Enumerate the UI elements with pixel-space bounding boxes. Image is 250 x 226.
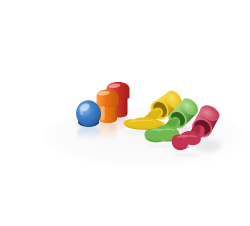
paint-pots-photo — [40, 16, 250, 226]
crimson-spill-reflection — [173, 153, 199, 157]
green-spill-reflection — [148, 144, 176, 148]
paint-pots-scene — [40, 16, 250, 226]
